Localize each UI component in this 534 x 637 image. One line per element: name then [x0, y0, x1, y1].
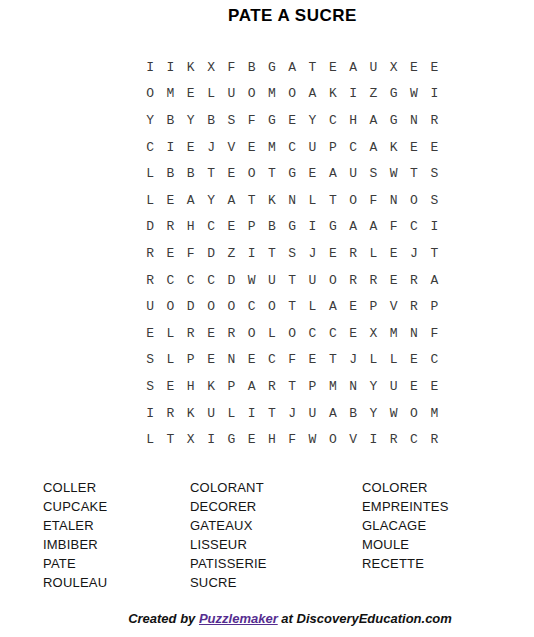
grid-cell: K: [323, 81, 343, 108]
grid-cell: H: [262, 426, 282, 453]
grid-cell: E: [404, 134, 424, 161]
grid-cell: N: [221, 347, 241, 374]
grid-cell: E: [404, 373, 424, 400]
grid-cell: A: [363, 107, 383, 134]
grid-cell: C: [404, 426, 424, 453]
word-list-item: ROULEAU: [43, 573, 107, 592]
grid-cell: O: [262, 293, 282, 320]
grid-cell: L: [384, 347, 404, 374]
grid-cell: E: [201, 320, 221, 347]
grid-cell: I: [343, 81, 363, 108]
grid-cell: C: [262, 347, 282, 374]
grid-cell: U: [363, 54, 383, 81]
grid-cell: F: [424, 320, 444, 347]
grid-cell: P: [241, 214, 261, 241]
word-list-item: SUCRE: [190, 573, 267, 592]
grid-cell: I: [363, 426, 383, 453]
grid-cell: L: [160, 347, 180, 374]
grid-cell: P: [221, 373, 241, 400]
grid-cell: R: [160, 400, 180, 427]
grid-cell: M: [323, 373, 343, 400]
grid-cell: T: [404, 160, 424, 187]
grid-cell: E: [201, 347, 221, 374]
grid-cell: G: [384, 107, 404, 134]
grid-cell: N: [404, 107, 424, 134]
grid-cell: X: [181, 426, 201, 453]
grid-cell: E: [424, 54, 444, 81]
grid-cell: O: [323, 267, 343, 294]
grid-cell: V: [384, 293, 404, 320]
grid-cell: G: [323, 214, 343, 241]
word-list-item: EMPREINTES: [362, 497, 449, 516]
grid-cell: H: [343, 107, 363, 134]
grid-cell: M: [160, 81, 180, 108]
grid-cell: Z: [221, 240, 241, 267]
grid-cell: W: [302, 426, 322, 453]
grid-cell: R: [221, 320, 241, 347]
word-list-item: MOULE: [362, 535, 449, 554]
grid-cell: C: [323, 107, 343, 134]
grid-cell: C: [302, 320, 322, 347]
grid-cell: T: [302, 54, 322, 81]
grid-cell: L: [140, 160, 160, 187]
grid-cell: U: [384, 373, 404, 400]
grid-cell: E: [241, 347, 261, 374]
grid-cell: F: [282, 347, 302, 374]
grid-cell: E: [282, 107, 302, 134]
grid-cell: T: [424, 240, 444, 267]
grid-cell: U: [221, 81, 241, 108]
grid-cell: D: [140, 214, 160, 241]
grid-cell: T: [262, 240, 282, 267]
grid-cell: S: [282, 240, 302, 267]
grid-cell: F: [384, 214, 404, 241]
grid-cell: W: [404, 81, 424, 108]
grid-cell: K: [181, 54, 201, 81]
grid-cell: T: [323, 347, 343, 374]
grid-cell: P: [363, 293, 383, 320]
grid-cell: X: [384, 54, 404, 81]
grid-cell: Y: [302, 107, 322, 134]
grid-cell: K: [201, 373, 221, 400]
grid-cell: O: [404, 400, 424, 427]
grid-cell: Z: [363, 81, 383, 108]
grid-cell: E: [160, 187, 180, 214]
grid-cell: O: [221, 293, 241, 320]
grid-cell: I: [424, 214, 444, 241]
word-list-column: COLLERCUPCAKEETALERIMBIBERPATEROULEAU: [43, 478, 107, 592]
grid-cell: L: [302, 293, 322, 320]
grid-cell: O: [241, 81, 261, 108]
grid-cell: N: [282, 187, 302, 214]
grid-cell: I: [241, 240, 261, 267]
grid-cell: O: [241, 320, 261, 347]
grid-cell: S: [221, 107, 241, 134]
footer-at: at: [281, 611, 293, 626]
grid-cell: A: [221, 187, 241, 214]
grid-cell: S: [424, 160, 444, 187]
grid-cell: I: [424, 81, 444, 108]
grid-cell: M: [384, 320, 404, 347]
grid-cell: E: [404, 54, 424, 81]
grid-cell: O: [323, 426, 343, 453]
puzzle-title: PATE A SUCRE: [140, 6, 445, 26]
grid-cell: R: [160, 214, 180, 241]
grid-cell: O: [282, 320, 302, 347]
grid-cell: E: [343, 320, 363, 347]
grid-cell: G: [282, 214, 302, 241]
grid-cell: K: [262, 187, 282, 214]
grid-cell: E: [160, 240, 180, 267]
grid-cell: R: [424, 107, 444, 134]
grid-cell: E: [424, 134, 444, 161]
grid-cell: O: [241, 160, 261, 187]
grid-cell: N: [343, 373, 363, 400]
grid-cell: Y: [363, 373, 383, 400]
word-list-item: COLORANT: [190, 478, 267, 497]
grid-cell: W: [384, 160, 404, 187]
grid-cell: U: [201, 400, 221, 427]
grid-cell: G: [384, 81, 404, 108]
grid-cell: B: [181, 160, 201, 187]
grid-cell: C: [181, 267, 201, 294]
grid-cell: F: [282, 426, 302, 453]
grid-cell: L: [302, 187, 322, 214]
grid-cell: J: [282, 400, 302, 427]
grid-cell: C: [282, 134, 302, 161]
grid-cell: T: [262, 160, 282, 187]
grid-cell: R: [343, 240, 363, 267]
grid-cell: O: [201, 293, 221, 320]
grid-cell: T: [201, 160, 221, 187]
grid-cell: U: [302, 267, 322, 294]
grid-cell: L: [160, 320, 180, 347]
grid-cell: B: [160, 107, 180, 134]
grid-cell: B: [241, 54, 261, 81]
grid-cell: T: [282, 373, 302, 400]
grid-cell: E: [404, 347, 424, 374]
grid-cell: J: [343, 347, 363, 374]
word-list-item: IMBIBER: [43, 535, 107, 554]
word-list-item: PATISSERIE: [190, 554, 267, 573]
grid-cell: R: [384, 426, 404, 453]
grid-cell: E: [241, 134, 261, 161]
grid-cell: R: [404, 293, 424, 320]
grid-cell: N: [384, 187, 404, 214]
grid-cell: P: [424, 293, 444, 320]
grid-cell: E: [343, 293, 363, 320]
grid-cell: Y: [181, 107, 201, 134]
grid-cell: L: [140, 426, 160, 453]
grid-cell: C: [140, 134, 160, 161]
grid-cell: H: [181, 214, 201, 241]
grid-cell: A: [363, 134, 383, 161]
grid-cell: E: [160, 373, 180, 400]
grid-cell: N: [404, 320, 424, 347]
grid-cell: E: [424, 373, 444, 400]
word-list-column: COLORANTDECORERGATEAUXLISSEURPATISSERIES…: [190, 478, 267, 592]
grid-cell: P: [302, 373, 322, 400]
grid-cell: X: [201, 54, 221, 81]
grid-cell: D: [201, 240, 221, 267]
grid-cell: R: [140, 267, 160, 294]
word-list-item: ETALER: [43, 516, 107, 535]
grid-cell: S: [140, 347, 160, 374]
grid-cell: V: [343, 426, 363, 453]
grid-cell: P: [181, 347, 201, 374]
grid-cell: I: [160, 134, 180, 161]
word-list-item: GLACAGE: [362, 516, 449, 535]
grid-cell: C: [160, 267, 180, 294]
grid-cell: I: [201, 426, 221, 453]
grid-cell: E: [241, 426, 261, 453]
word-search-page: PATE A SUCRE IIKXFBGATEAUXEEOMELUOMOAKIZ…: [0, 0, 534, 637]
grid-cell: G: [282, 160, 302, 187]
grid-cell: T: [282, 267, 302, 294]
grid-cell: R: [140, 240, 160, 267]
grid-cell: X: [363, 320, 383, 347]
grid-cell: G: [262, 54, 282, 81]
grid-cell: U: [302, 134, 322, 161]
grid-cell: C: [241, 293, 261, 320]
grid-cell: T: [160, 426, 180, 453]
grid-cell: L: [262, 320, 282, 347]
grid-cell: W: [241, 267, 261, 294]
grid-cell: O: [140, 81, 160, 108]
grid-cell: O: [282, 81, 302, 108]
grid-cell: A: [323, 160, 343, 187]
word-list-item: DECORER: [190, 497, 267, 516]
grid-cell: A: [181, 187, 201, 214]
grid-cell: M: [262, 81, 282, 108]
grid-cell: E: [140, 320, 160, 347]
grid-cell: I: [241, 400, 261, 427]
grid-cell: R: [404, 267, 424, 294]
grid-cell: F: [181, 240, 201, 267]
grid-cell: C: [343, 134, 363, 161]
grid-cell: A: [323, 293, 343, 320]
grid-cell: O: [160, 293, 180, 320]
grid-cell: Y: [363, 400, 383, 427]
grid-cell: T: [241, 187, 261, 214]
grid-cell: U: [302, 400, 322, 427]
grid-cell: G: [262, 107, 282, 134]
grid-cell: R: [343, 267, 363, 294]
grid-cell: L: [140, 187, 160, 214]
grid-cell: U: [343, 160, 363, 187]
word-list-item: GATEAUX: [190, 516, 267, 535]
grid-cell: C: [323, 320, 343, 347]
grid-cell: V: [221, 134, 241, 161]
grid-cell: F: [241, 107, 261, 134]
grid-cell: M: [424, 400, 444, 427]
grid-cell: E: [181, 81, 201, 108]
grid-cell: R: [424, 426, 444, 453]
grid-cell: U: [140, 293, 160, 320]
grid-cell: J: [404, 240, 424, 267]
footer-created-by: Created by: [128, 611, 195, 626]
grid-cell: C: [201, 214, 221, 241]
grid-cell: K: [181, 400, 201, 427]
grid-cell: J: [302, 240, 322, 267]
grid-cell: I: [160, 54, 180, 81]
grid-cell: O: [343, 187, 363, 214]
grid-cell: B: [262, 214, 282, 241]
grid-cell: T: [262, 400, 282, 427]
grid-cell: C: [424, 347, 444, 374]
grid-cell: S: [140, 373, 160, 400]
grid-cell: E: [323, 240, 343, 267]
grid-cell: O: [404, 187, 424, 214]
grid-cell: G: [221, 426, 241, 453]
letter-grid: IIKXFBGATEAUXEEOMELUOMOAKIZGWIYBYBSFGEYC…: [140, 54, 444, 453]
site-name: DiscoveryEducation.com: [297, 611, 452, 626]
grid-cell: W: [384, 400, 404, 427]
grid-cell: E: [221, 214, 241, 241]
grid-cell: F: [221, 54, 241, 81]
grid-cell: I: [140, 54, 160, 81]
grid-cell: R: [262, 373, 282, 400]
grid-cell: D: [221, 267, 241, 294]
grid-cell: I: [302, 214, 322, 241]
grid-cell: C: [404, 214, 424, 241]
footer-credit: Created by Puzzlemaker at DiscoveryEduca…: [23, 611, 534, 626]
grid-cell: E: [302, 347, 322, 374]
grid-cell: E: [221, 160, 241, 187]
grid-cell: R: [363, 267, 383, 294]
grid-cell: A: [424, 267, 444, 294]
grid-cell: C: [201, 267, 221, 294]
word-list-item: CUPCAKE: [43, 497, 107, 516]
word-list-item: LISSEUR: [190, 535, 267, 554]
grid-cell: A: [241, 373, 261, 400]
grid-cell: B: [343, 400, 363, 427]
grid-cell: A: [343, 214, 363, 241]
grid-cell: I: [140, 400, 160, 427]
grid-cell: L: [363, 347, 383, 374]
grid-cell: B: [201, 107, 221, 134]
grid-cell: D: [181, 293, 201, 320]
grid-cell: A: [282, 54, 302, 81]
grid-cell: U: [262, 267, 282, 294]
grid-cell: L: [201, 81, 221, 108]
grid-cell: M: [262, 134, 282, 161]
grid-cell: L: [363, 240, 383, 267]
grid-cell: B: [160, 160, 180, 187]
grid-cell: S: [363, 160, 383, 187]
word-list-item: RECETTE: [362, 554, 449, 573]
grid-cell: T: [323, 187, 343, 214]
grid-cell: J: [201, 134, 221, 161]
word-list-column: COLOREREMPREINTESGLACAGEMOULERECETTE: [362, 478, 449, 573]
puzzlemaker-link[interactable]: Puzzlemaker: [199, 611, 278, 626]
grid-cell: A: [343, 54, 363, 81]
grid-cell: A: [323, 400, 343, 427]
grid-cell: E: [384, 240, 404, 267]
grid-cell: Y: [140, 107, 160, 134]
grid-cell: A: [302, 81, 322, 108]
grid-cell: T: [282, 293, 302, 320]
word-list-item: COLORER: [362, 478, 449, 497]
grid-cell: F: [363, 187, 383, 214]
grid-cell: S: [424, 187, 444, 214]
grid-cell: K: [384, 134, 404, 161]
word-list-item: COLLER: [43, 478, 107, 497]
grid-cell: E: [302, 160, 322, 187]
grid-cell: P: [323, 134, 343, 161]
grid-cell: E: [323, 54, 343, 81]
grid-cell: L: [221, 400, 241, 427]
grid-cell: A: [363, 214, 383, 241]
grid-cell: H: [181, 373, 201, 400]
grid-cell: R: [181, 320, 201, 347]
grid-cell: E: [181, 134, 201, 161]
word-list-item: PATE: [43, 554, 107, 573]
grid-cell: Y: [201, 187, 221, 214]
grid-cell: E: [384, 267, 404, 294]
